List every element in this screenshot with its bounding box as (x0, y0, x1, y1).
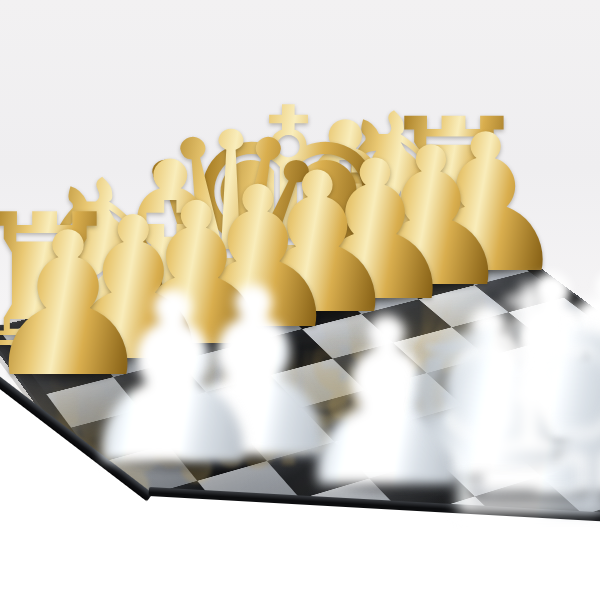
chess-photo-stage: ♜♞♟♝♟♚♟♛♟♝♟♞♟♜♟♟♟♟♟♟♞♟♟♝♚ ♜♞♟♝♟♚♟♛♟♝♟♞♟♜… (0, 0, 600, 600)
pieces-layer: ♜♞♟♝♟♚♟♛♟♝♟♞♟♜♟♟♟♟♟♟♞♟♟♝♚ (0, 0, 600, 600)
piece-silver-king-e1[interactable]: ♚ (388, 246, 600, 562)
piece-silver-pawn-b2[interactable]: ♟ (67, 263, 278, 499)
